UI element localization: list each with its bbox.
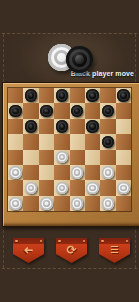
square-r6c2[interactable] (23, 165, 38, 180)
square-r3c2[interactable] (23, 119, 38, 134)
square-r7c7[interactable] (100, 180, 115, 195)
square-r6c5[interactable] (70, 165, 85, 180)
square-r2c7[interactable] (100, 103, 115, 118)
square-r2c8[interactable] (116, 103, 131, 118)
white-piece[interactable] (102, 166, 115, 179)
white-piece[interactable] (86, 182, 99, 195)
square-r2c6[interactable] (85, 103, 100, 118)
square-r5c7[interactable] (100, 150, 115, 165)
square-r3c4[interactable] (54, 119, 69, 134)
white-piece[interactable] (71, 166, 84, 179)
square-r2c1[interactable] (8, 103, 23, 118)
square-r6c6[interactable] (85, 165, 100, 180)
square-r6c7[interactable] (100, 165, 115, 180)
square-r3c8[interactable] (116, 119, 131, 134)
square-r1c4[interactable] (54, 88, 69, 103)
square-r4c3[interactable] (39, 134, 54, 149)
white-piece[interactable] (40, 197, 53, 210)
square-r7c4[interactable] (54, 180, 69, 195)
checkers-app: Black player move ➜ ⟳ ☰ (0, 0, 139, 302)
white-piece[interactable] (25, 182, 38, 195)
square-r2c4[interactable] (54, 103, 69, 118)
square-r4c5[interactable] (70, 134, 85, 149)
restart-button[interactable]: ⟳ (56, 238, 87, 263)
black-checker-icon (66, 46, 93, 73)
square-r3c3[interactable] (39, 119, 54, 134)
square-r1c3[interactable] (39, 88, 54, 103)
black-piece[interactable] (25, 120, 38, 133)
square-r4c4[interactable] (54, 134, 69, 149)
square-r8c2[interactable] (23, 196, 38, 211)
square-r7c8[interactable] (116, 180, 131, 195)
square-r1c1[interactable] (8, 88, 23, 103)
square-r4c6[interactable] (85, 134, 100, 149)
restart-circular-arrow-icon: ⟳ (56, 242, 87, 257)
square-r8c3[interactable] (39, 196, 54, 211)
square-r1c6[interactable] (85, 88, 100, 103)
black-piece[interactable] (86, 120, 99, 133)
square-r5c6[interactable] (85, 150, 100, 165)
square-r2c5[interactable] (70, 103, 85, 118)
white-piece[interactable] (56, 151, 69, 164)
square-r1c5[interactable] (70, 88, 85, 103)
white-piece[interactable] (71, 197, 84, 210)
square-r3c7[interactable] (100, 119, 115, 134)
black-piece[interactable] (56, 120, 69, 133)
square-r2c2[interactable] (23, 103, 38, 118)
square-r3c6[interactable] (85, 119, 100, 134)
square-r8c4[interactable] (54, 196, 69, 211)
square-r3c1[interactable] (8, 119, 23, 134)
white-piece[interactable] (9, 166, 22, 179)
square-r5c5[interactable] (70, 150, 85, 165)
square-r6c1[interactable] (8, 165, 23, 180)
square-r6c4[interactable] (54, 165, 69, 180)
square-r8c6[interactable] (85, 196, 100, 211)
square-r5c1[interactable] (8, 150, 23, 165)
board-frame (2, 82, 139, 227)
square-r6c8[interactable] (116, 165, 131, 180)
black-piece[interactable] (71, 105, 84, 118)
square-r5c4[interactable] (54, 150, 69, 165)
square-r4c2[interactable] (23, 134, 38, 149)
black-piece[interactable] (40, 105, 53, 118)
black-piece[interactable] (9, 105, 22, 118)
menu-button[interactable]: ☰ (99, 238, 130, 263)
square-r4c8[interactable] (116, 134, 131, 149)
white-piece[interactable] (56, 182, 69, 195)
square-r1c8[interactable] (116, 88, 131, 103)
black-piece[interactable] (102, 105, 115, 118)
square-r5c3[interactable] (39, 150, 54, 165)
square-r8c8[interactable] (116, 196, 131, 211)
square-r7c2[interactable] (23, 180, 38, 195)
white-piece[interactable] (117, 182, 130, 195)
stitch-seam-top (2, 33, 137, 34)
square-r5c2[interactable] (23, 150, 38, 165)
undo-arrow-icon: ➜ (13, 242, 44, 257)
square-r5c8[interactable] (116, 150, 131, 165)
black-piece[interactable] (117, 89, 130, 102)
square-r7c1[interactable] (8, 180, 23, 195)
hamburger-menu-icon: ☰ (99, 242, 130, 257)
black-piece[interactable] (56, 89, 69, 102)
board-grid (8, 88, 131, 211)
black-piece[interactable] (86, 89, 99, 102)
square-r8c5[interactable] (70, 196, 85, 211)
white-piece[interactable] (9, 197, 22, 210)
square-r7c6[interactable] (85, 180, 100, 195)
stitch-seam-bottom (2, 268, 137, 269)
square-r8c7[interactable] (100, 196, 115, 211)
square-r7c3[interactable] (39, 180, 54, 195)
square-r4c7[interactable] (100, 134, 115, 149)
white-piece[interactable] (102, 197, 115, 210)
square-r3c5[interactable] (70, 119, 85, 134)
black-piece[interactable] (102, 136, 115, 149)
square-r1c7[interactable] (100, 88, 115, 103)
undo-button[interactable]: ➜ (13, 238, 44, 263)
square-r6c3[interactable] (39, 165, 54, 180)
square-r1c2[interactable] (23, 88, 38, 103)
square-r8c1[interactable] (8, 196, 23, 211)
square-r7c5[interactable] (70, 180, 85, 195)
black-piece[interactable] (25, 89, 38, 102)
square-r4c1[interactable] (8, 134, 23, 149)
square-r2c3[interactable] (39, 103, 54, 118)
